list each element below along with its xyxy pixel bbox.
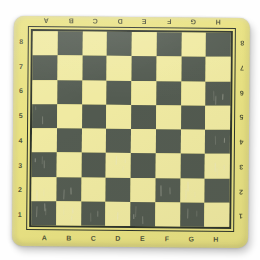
file-label-top-f: F	[156, 17, 181, 27]
square-b7[interactable]	[57, 56, 82, 80]
rank-label-left-6: 6	[15, 78, 26, 103]
scuff-mark	[116, 156, 117, 165]
rank-label-right-2: 2	[235, 179, 246, 204]
file-label-top-b: B	[58, 16, 83, 26]
square-h2[interactable]	[205, 178, 230, 202]
scuff-mark	[71, 215, 72, 222]
square-f3[interactable]	[155, 153, 180, 177]
square-g3[interactable]	[180, 154, 205, 178]
square-b6[interactable]	[57, 80, 82, 104]
scuff-mark	[169, 188, 170, 195]
square-b8[interactable]	[57, 31, 82, 55]
rank-label-left-1: 1	[14, 202, 25, 227]
rank-label-right-4: 4	[236, 130, 247, 155]
square-a6[interactable]	[32, 80, 57, 104]
square-c6[interactable]	[82, 80, 107, 104]
file-label-bottom-f: F	[155, 232, 180, 245]
file-label-bottom-g: G	[179, 232, 204, 245]
scuff-mark	[194, 191, 195, 198]
square-g2[interactable]	[180, 178, 205, 202]
file-label-top-e: E	[132, 17, 157, 27]
square-g8[interactable]	[181, 32, 206, 56]
square-c4[interactable]	[81, 129, 106, 153]
scuff-mark	[123, 166, 124, 172]
square-c2[interactable]	[81, 177, 106, 201]
scuff-mark	[108, 210, 109, 215]
square-c3[interactable]	[81, 153, 106, 177]
square-b3[interactable]	[56, 153, 81, 177]
square-f2[interactable]	[155, 178, 180, 202]
scuff-mark	[90, 213, 91, 222]
file-label-top-a: A	[34, 16, 59, 26]
square-h5[interactable]	[205, 105, 230, 129]
chess-board: ABCDEFGH ABCDEFGH 87654321 87654321	[12, 16, 250, 248]
photo-background: ABCDEFGH ABCDEFGH 87654321 87654321	[0, 0, 260, 260]
square-g4[interactable]	[180, 129, 205, 153]
scuff-mark	[215, 163, 216, 172]
square-g5[interactable]	[181, 105, 206, 129]
scuff-mark	[213, 91, 214, 101]
scuff-mark	[44, 204, 45, 212]
scuff-mark	[35, 158, 36, 162]
scuff-mark	[44, 160, 45, 168]
square-b2[interactable]	[56, 177, 81, 201]
rank-label-left-3: 3	[15, 153, 26, 178]
square-b1[interactable]	[56, 201, 81, 225]
scuff-mark	[222, 93, 223, 99]
file-label-top-h: H	[205, 18, 230, 28]
square-h4[interactable]	[205, 130, 230, 154]
scuff-mark	[187, 209, 188, 219]
rank-label-left-4: 4	[15, 128, 26, 153]
square-e7[interactable]	[131, 56, 156, 80]
rank-label-left-2: 2	[14, 177, 25, 202]
square-a8[interactable]	[33, 31, 58, 55]
rank-label-right-7: 7	[236, 56, 247, 81]
square-a7[interactable]	[32, 55, 57, 79]
file-label-bottom-c: C	[81, 232, 106, 245]
square-e5[interactable]	[131, 105, 156, 129]
square-c7[interactable]	[82, 56, 107, 80]
square-g7[interactable]	[181, 57, 206, 81]
scuff-mark	[42, 156, 43, 165]
scuff-mark	[224, 138, 225, 143]
rank-label-right-1: 1	[235, 204, 246, 229]
square-a4[interactable]	[32, 128, 57, 152]
board-frame	[26, 26, 236, 232]
scuff-mark	[46, 208, 47, 215]
file-label-bottom-a: A	[32, 231, 57, 244]
square-f4[interactable]	[156, 129, 181, 153]
square-e6[interactable]	[131, 81, 156, 105]
square-c8[interactable]	[82, 32, 107, 56]
file-labels-bottom: ABCDEFGH	[32, 231, 228, 246]
square-a2[interactable]	[31, 177, 56, 201]
rank-label-right-3: 3	[236, 155, 247, 180]
square-h8[interactable]	[206, 33, 231, 57]
scuff-mark	[37, 190, 38, 201]
file-label-top-c: C	[83, 17, 108, 27]
scuff-mark	[224, 165, 225, 170]
scuff-mark	[71, 187, 72, 194]
square-b4[interactable]	[57, 128, 82, 152]
scuff-mark	[160, 185, 161, 196]
square-d2[interactable]	[106, 177, 131, 201]
square-c1[interactable]	[81, 201, 106, 225]
scuff-mark	[215, 135, 216, 144]
square-h3[interactable]	[205, 154, 230, 178]
square-g1[interactable]	[180, 202, 205, 226]
scuff-mark	[64, 205, 65, 215]
file-label-bottom-b: B	[57, 231, 82, 244]
scuff-mark	[42, 116, 43, 124]
square-a1[interactable]	[31, 201, 56, 225]
square-h7[interactable]	[206, 57, 231, 81]
scuff-mark	[133, 214, 134, 219]
scuff-mark	[135, 206, 136, 217]
square-e3[interactable]	[131, 153, 156, 177]
scuff-mark	[37, 206, 38, 217]
file-label-bottom-e: E	[130, 232, 155, 245]
scuff-mark	[185, 189, 186, 200]
scuff-mark	[125, 158, 126, 163]
square-e2[interactable]	[130, 177, 155, 201]
file-label-bottom-h: H	[204, 233, 229, 246]
scuff-mark	[142, 216, 143, 224]
square-f1[interactable]	[155, 202, 180, 226]
board-frame-inner	[29, 29, 233, 229]
square-f5[interactable]	[156, 105, 181, 129]
square-f8[interactable]	[156, 32, 181, 56]
scuff-mark	[117, 212, 118, 220]
rank-label-right-6: 6	[236, 80, 247, 105]
square-a3[interactable]	[32, 152, 57, 176]
file-label-top-d: D	[107, 17, 132, 27]
scuff-mark	[63, 190, 64, 200]
square-c5[interactable]	[82, 104, 107, 128]
square-f6[interactable]	[156, 81, 181, 105]
square-b5[interactable]	[57, 104, 82, 128]
file-label-bottom-d: D	[106, 232, 131, 245]
square-d5[interactable]	[106, 105, 131, 129]
square-d3[interactable]	[106, 153, 131, 177]
rank-label-left-5: 5	[15, 103, 26, 128]
square-f7[interactable]	[156, 56, 181, 80]
rank-label-right-5: 5	[236, 105, 247, 130]
file-label-top-g: G	[181, 17, 206, 27]
rank-labels-left: 87654321	[14, 29, 27, 227]
rank-label-left-8: 8	[16, 29, 27, 54]
rank-label-left-7: 7	[15, 54, 26, 79]
square-h6[interactable]	[205, 81, 230, 105]
scuff-mark	[216, 167, 217, 175]
square-e4[interactable]	[131, 129, 156, 153]
square-g6[interactable]	[181, 81, 206, 105]
square-d4[interactable]	[106, 129, 131, 153]
scuff-mark	[215, 96, 216, 105]
scuff-mark	[73, 207, 74, 213]
scuff-mark	[44, 188, 45, 196]
square-d7[interactable]	[107, 56, 132, 80]
square-e1[interactable]	[130, 202, 155, 226]
square-d8[interactable]	[107, 32, 132, 56]
scuff-mark	[196, 211, 197, 217]
board-grid	[31, 31, 231, 227]
square-a5[interactable]	[32, 104, 57, 128]
square-d6[interactable]	[106, 80, 131, 104]
square-h1[interactable]	[204, 202, 229, 226]
rank-label-right-8: 8	[237, 31, 248, 56]
scuff-mark	[35, 106, 36, 110]
rank-labels-right: 87654321	[235, 31, 248, 229]
square-e8[interactable]	[132, 32, 157, 56]
square-d1[interactable]	[105, 202, 130, 226]
scuff-mark	[98, 211, 99, 217]
scuff-mark	[187, 181, 188, 191]
